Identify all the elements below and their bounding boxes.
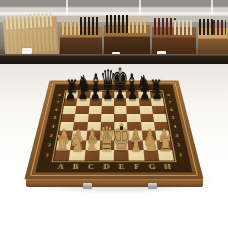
coord-label: G — [144, 163, 160, 171]
square-d8 — [102, 91, 114, 98]
square-d4 — [100, 122, 114, 131]
square-g3 — [141, 131, 156, 140]
coord-label: E — [114, 86, 126, 89]
coord-label: 2 — [41, 140, 58, 150]
square-e1 — [114, 150, 129, 161]
square-f3 — [128, 131, 142, 140]
square-a5 — [61, 114, 75, 122]
coord-label: D — [102, 86, 114, 89]
file-labels-bottom: ABCDEFGH — [52, 161, 176, 173]
coord-label: 7 — [163, 98, 178, 105]
square-b8 — [77, 91, 90, 98]
square-a1 — [54, 150, 70, 161]
square-g8 — [138, 91, 151, 98]
square-g7 — [138, 98, 151, 105]
square-b1 — [69, 150, 85, 161]
background-chess-set — [60, 27, 102, 55]
square-g5 — [140, 114, 154, 122]
square-c8 — [90, 91, 103, 98]
coord-label: 4 — [45, 122, 61, 131]
square-f1 — [129, 150, 144, 161]
background-chess-set — [198, 28, 228, 55]
coord-label: B — [79, 86, 91, 89]
square-g6 — [139, 106, 153, 114]
chess-board: ABCDEFGH ABCDEFGH 87654321 87654321 — [24, 81, 203, 180]
coord-label: A — [67, 86, 79, 89]
square-a6 — [62, 106, 76, 114]
square-b4 — [73, 122, 87, 131]
coord-label: 6 — [164, 106, 179, 114]
square-f6 — [127, 106, 140, 114]
coord-label: 7 — [51, 98, 66, 105]
background-chess-set — [104, 25, 150, 55]
coord-label: C — [83, 163, 99, 171]
square-f8 — [126, 91, 139, 98]
square-c7 — [89, 98, 102, 105]
coord-label: 6 — [49, 106, 64, 114]
square-f5 — [127, 114, 141, 122]
coord-label: 1 — [172, 150, 190, 161]
square-c4 — [87, 122, 101, 131]
square-c1 — [84, 150, 99, 161]
coord-label: 3 — [43, 131, 60, 140]
square-d3 — [100, 131, 114, 140]
square-d2 — [99, 140, 114, 150]
square-b5 — [74, 114, 88, 122]
coord-label: F — [126, 86, 138, 89]
coord-label: A — [52, 163, 68, 171]
square-e5 — [114, 114, 127, 122]
hinge-right — [148, 183, 157, 188]
shelf-glint — [211, 0, 213, 15]
coord-label: 4 — [167, 122, 183, 131]
shelf-glint — [139, 0, 141, 15]
square-b2 — [70, 140, 85, 150]
square-b3 — [72, 131, 87, 140]
square-c5 — [88, 114, 102, 122]
coord-label: F — [129, 163, 145, 171]
square-b6 — [75, 106, 89, 114]
coord-label: 5 — [47, 114, 62, 122]
square-c2 — [85, 140, 100, 150]
square-d6 — [101, 106, 114, 114]
square-a3 — [58, 131, 73, 140]
coord-label: B — [68, 163, 84, 171]
square-a8 — [65, 91, 78, 98]
square-f4 — [127, 122, 141, 131]
square-g2 — [142, 140, 157, 150]
square-e4 — [114, 122, 128, 131]
coord-label: H — [159, 163, 175, 171]
coord-label: H — [149, 86, 161, 89]
coord-label: 5 — [166, 114, 181, 122]
coord-label: 8 — [52, 91, 66, 98]
coord-label: 8 — [161, 91, 175, 98]
square-a7 — [64, 98, 78, 105]
square-g4 — [141, 122, 155, 131]
coord-label: E — [114, 163, 129, 171]
chess-set-product-photo: { "game": "chess", "scene": "wooden fold… — [0, 0, 228, 228]
coord-label: D — [99, 163, 114, 171]
hinge-left — [83, 183, 92, 188]
board-front-edge — [26, 179, 203, 187]
coord-label: G — [137, 86, 149, 89]
square-a4 — [59, 122, 74, 131]
square-a2 — [56, 140, 72, 150]
square-d7 — [101, 98, 114, 105]
file-labels-top: ABCDEFGH — [67, 84, 162, 90]
square-e8 — [114, 91, 126, 98]
square-f2 — [128, 140, 143, 150]
coord-label: C — [90, 86, 102, 89]
square-c3 — [86, 131, 100, 140]
square-e2 — [114, 140, 129, 150]
square-e7 — [114, 98, 127, 105]
square-d1 — [99, 150, 114, 161]
square-b7 — [76, 98, 89, 105]
square-d5 — [101, 114, 114, 122]
coord-label: 1 — [38, 150, 56, 161]
square-c6 — [88, 106, 101, 114]
square-e3 — [114, 131, 128, 140]
coord-label: 2 — [170, 140, 187, 150]
square-e6 — [114, 106, 127, 114]
square-f7 — [126, 98, 139, 105]
shelf-glint — [66, 0, 68, 15]
square-g1 — [143, 150, 159, 161]
coord-label: 3 — [169, 131, 186, 140]
